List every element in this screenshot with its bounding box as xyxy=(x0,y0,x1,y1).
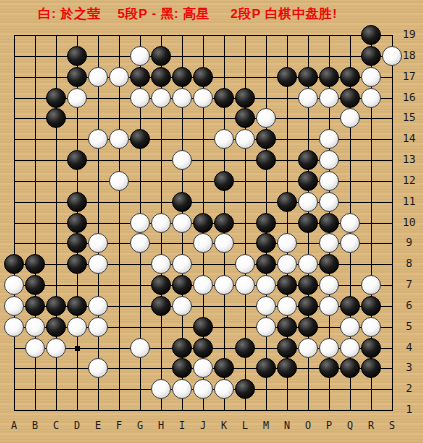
stone-A5[interactable] xyxy=(4,317,24,337)
row-label-9: 9 xyxy=(396,236,422,249)
col-label-D: D xyxy=(67,420,87,431)
stone-L16[interactable] xyxy=(235,88,255,108)
stone-H16[interactable] xyxy=(151,88,171,108)
stone-B8[interactable] xyxy=(25,254,45,274)
row-label-4: 4 xyxy=(396,341,422,354)
stone-C16[interactable] xyxy=(46,88,66,108)
row-label-8: 8 xyxy=(396,257,422,270)
col-label-C: C xyxy=(46,420,66,431)
stone-P4[interactable] xyxy=(319,338,339,358)
stone-M3[interactable] xyxy=(256,358,276,378)
stone-B6[interactable] xyxy=(25,296,45,316)
stone-B4[interactable] xyxy=(25,338,45,358)
col-label-A: A xyxy=(4,420,24,431)
stone-M14[interactable] xyxy=(256,129,276,149)
stone-R5[interactable] xyxy=(361,317,381,337)
col-label-M: M xyxy=(256,420,276,431)
stone-F14[interactable] xyxy=(109,129,129,149)
stone-P9[interactable] xyxy=(319,233,339,253)
stone-P8[interactable] xyxy=(319,254,339,274)
col-label-B: B xyxy=(25,420,45,431)
stone-N6[interactable] xyxy=(277,296,297,316)
stone-M15[interactable] xyxy=(256,108,276,128)
stone-M6[interactable] xyxy=(256,296,276,316)
stone-I16[interactable] xyxy=(172,88,192,108)
stone-I6[interactable] xyxy=(172,296,192,316)
row-label-18: 18 xyxy=(396,49,422,62)
stone-G17[interactable] xyxy=(130,67,150,87)
col-label-H: H xyxy=(151,420,171,431)
stone-G16[interactable] xyxy=(130,88,150,108)
stone-I11[interactable] xyxy=(172,192,192,212)
stone-P17[interactable] xyxy=(319,67,339,87)
col-label-L: L xyxy=(235,420,255,431)
stone-H6[interactable] xyxy=(151,296,171,316)
stone-G18[interactable] xyxy=(130,46,150,66)
stone-H17[interactable] xyxy=(151,67,171,87)
stone-P7[interactable] xyxy=(319,275,339,295)
stone-N7[interactable] xyxy=(277,275,297,295)
stone-P3[interactable] xyxy=(319,358,339,378)
stone-Q10[interactable] xyxy=(340,213,360,233)
stone-P10[interactable] xyxy=(319,213,339,233)
stone-Q17[interactable] xyxy=(340,67,360,87)
col-label-J: J xyxy=(193,420,213,431)
stone-H8[interactable] xyxy=(151,254,171,274)
stone-K10[interactable] xyxy=(214,213,234,233)
stone-O12[interactable] xyxy=(298,171,318,191)
stone-M9[interactable] xyxy=(256,233,276,253)
stone-R19[interactable] xyxy=(361,25,381,45)
stone-J2[interactable] xyxy=(193,379,213,399)
col-label-O: O xyxy=(298,420,318,431)
stone-L14[interactable] xyxy=(235,129,255,149)
stone-J17[interactable] xyxy=(193,67,213,87)
stone-A7[interactable] xyxy=(4,275,24,295)
stone-E3[interactable] xyxy=(88,358,108,378)
stone-M7[interactable] xyxy=(256,275,276,295)
stone-C15[interactable] xyxy=(46,108,66,128)
stone-N11[interactable] xyxy=(277,192,297,212)
stone-G14[interactable] xyxy=(130,129,150,149)
row-label-3: 3 xyxy=(396,361,422,374)
stone-K7[interactable] xyxy=(214,275,234,295)
stone-B7[interactable] xyxy=(25,275,45,295)
stone-F17[interactable] xyxy=(109,67,129,87)
stone-G9[interactable] xyxy=(130,233,150,253)
col-label-Q: Q xyxy=(340,420,360,431)
stone-L8[interactable] xyxy=(235,254,255,274)
stone-O17[interactable] xyxy=(298,67,318,87)
stone-N4[interactable] xyxy=(277,338,297,358)
go-board[interactable]: ABCDEFGHIJKLMNOPQRS191817161514131211109… xyxy=(0,0,423,443)
col-label-N: N xyxy=(277,420,297,431)
stone-R6[interactable] xyxy=(361,296,381,316)
row-label-12: 12 xyxy=(396,174,422,187)
stone-I2[interactable] xyxy=(172,379,192,399)
stone-K12[interactable] xyxy=(214,171,234,191)
stone-I4[interactable] xyxy=(172,338,192,358)
stone-O10[interactable] xyxy=(298,213,318,233)
stone-A6[interactable] xyxy=(4,296,24,316)
stone-R4[interactable] xyxy=(361,338,381,358)
row-label-13: 13 xyxy=(396,153,422,166)
stone-D13[interactable] xyxy=(67,150,87,170)
col-label-R: R xyxy=(361,420,381,431)
stone-R3[interactable] xyxy=(361,358,381,378)
row-label-11: 11 xyxy=(396,195,422,208)
stone-O8[interactable] xyxy=(298,254,318,274)
stone-E8[interactable] xyxy=(88,254,108,274)
stone-L4[interactable] xyxy=(235,338,255,358)
stone-I7[interactable] xyxy=(172,275,192,295)
row-label-1: 1 xyxy=(396,403,422,416)
stone-N17[interactable] xyxy=(277,67,297,87)
stone-D5[interactable] xyxy=(67,317,87,337)
col-label-I: I xyxy=(172,420,192,431)
stone-R7[interactable] xyxy=(361,275,381,295)
stone-H7[interactable] xyxy=(151,275,171,295)
col-label-K: K xyxy=(214,420,234,431)
stone-D17[interactable] xyxy=(67,67,87,87)
stone-D8[interactable] xyxy=(67,254,87,274)
stone-L15[interactable] xyxy=(235,108,255,128)
row-label-17: 17 xyxy=(396,70,422,83)
stone-I10[interactable] xyxy=(172,213,192,233)
stone-J16[interactable] xyxy=(193,88,213,108)
stone-M10[interactable] xyxy=(256,213,276,233)
stone-Q6[interactable] xyxy=(340,296,360,316)
col-label-P: P xyxy=(319,420,339,431)
stone-F12[interactable] xyxy=(109,171,129,191)
row-label-2: 2 xyxy=(396,382,422,395)
stone-K2[interactable] xyxy=(214,379,234,399)
stone-N8[interactable] xyxy=(277,254,297,274)
stone-O7[interactable] xyxy=(298,275,318,295)
stone-J10[interactable] xyxy=(193,213,213,233)
stone-J9[interactable] xyxy=(193,233,213,253)
stone-P12[interactable] xyxy=(319,171,339,191)
stone-G10[interactable] xyxy=(130,213,150,233)
row-label-6: 6 xyxy=(396,299,422,312)
stone-I17[interactable] xyxy=(172,67,192,87)
stone-R18[interactable] xyxy=(361,46,381,66)
stone-J7[interactable] xyxy=(193,275,213,295)
row-label-16: 16 xyxy=(396,91,422,104)
stone-L7[interactable] xyxy=(235,275,255,295)
stone-L2[interactable] xyxy=(235,379,255,399)
stone-H18[interactable] xyxy=(151,46,171,66)
stone-A8[interactable] xyxy=(4,254,24,274)
col-label-E: E xyxy=(88,420,108,431)
stone-P14[interactable] xyxy=(319,129,339,149)
stone-D9[interactable] xyxy=(67,233,87,253)
stone-N5[interactable] xyxy=(277,317,297,337)
stone-R17[interactable] xyxy=(361,67,381,87)
stone-H2[interactable] xyxy=(151,379,171,399)
stone-O6[interactable] xyxy=(298,296,318,316)
stone-Q5[interactable] xyxy=(340,317,360,337)
stone-C6[interactable] xyxy=(46,296,66,316)
row-label-14: 14 xyxy=(396,132,422,145)
star-point-D4 xyxy=(75,346,80,351)
stone-J3[interactable] xyxy=(193,358,213,378)
row-label-7: 7 xyxy=(396,278,422,291)
stone-Q3[interactable] xyxy=(340,358,360,378)
stone-P16[interactable] xyxy=(319,88,339,108)
stone-M5[interactable] xyxy=(256,317,276,337)
stone-E6[interactable] xyxy=(88,296,108,316)
stone-I8[interactable] xyxy=(172,254,192,274)
stone-R16[interactable] xyxy=(361,88,381,108)
stone-P11[interactable] xyxy=(319,192,339,212)
stone-Q9[interactable] xyxy=(340,233,360,253)
stone-D16[interactable] xyxy=(67,88,87,108)
stone-O16[interactable] xyxy=(298,88,318,108)
stone-I13[interactable] xyxy=(172,150,192,170)
stone-O4[interactable] xyxy=(298,338,318,358)
stone-D18[interactable] xyxy=(67,46,87,66)
stone-K3[interactable] xyxy=(214,358,234,378)
stone-N9[interactable] xyxy=(277,233,297,253)
stone-B5[interactable] xyxy=(25,317,45,337)
stone-O5[interactable] xyxy=(298,317,318,337)
col-label-F: F xyxy=(109,420,129,431)
stone-E5[interactable] xyxy=(88,317,108,337)
stone-E14[interactable] xyxy=(88,129,108,149)
stone-Q4[interactable] xyxy=(340,338,360,358)
go-kifu-viewer: { "game": "go", "header": { "text": "白: … xyxy=(0,0,423,443)
stone-H10[interactable] xyxy=(151,213,171,233)
stone-K16[interactable] xyxy=(214,88,234,108)
stone-K14[interactable] xyxy=(214,129,234,149)
stone-O13[interactable] xyxy=(298,150,318,170)
col-label-G: G xyxy=(130,420,150,431)
stone-J4[interactable] xyxy=(193,338,213,358)
col-label-S: S xyxy=(382,420,402,431)
stone-K9[interactable] xyxy=(214,233,234,253)
stone-D11[interactable] xyxy=(67,192,87,212)
stone-C5[interactable] xyxy=(46,317,66,337)
stone-M8[interactable] xyxy=(256,254,276,274)
stone-I3[interactable] xyxy=(172,358,192,378)
stone-E17[interactable] xyxy=(88,67,108,87)
grid-hline xyxy=(14,410,393,411)
stone-Q16[interactable] xyxy=(340,88,360,108)
grid-vline xyxy=(392,35,393,411)
stone-J5[interactable] xyxy=(193,317,213,337)
stone-G4[interactable] xyxy=(130,338,150,358)
row-label-10: 10 xyxy=(396,216,422,229)
stone-Q15[interactable] xyxy=(340,108,360,128)
row-label-19: 19 xyxy=(396,28,422,41)
stone-C4[interactable] xyxy=(46,338,66,358)
stone-P6[interactable] xyxy=(319,296,339,316)
stone-O11[interactable] xyxy=(298,192,318,212)
row-label-5: 5 xyxy=(396,320,422,333)
stone-D6[interactable] xyxy=(67,296,87,316)
stone-N3[interactable] xyxy=(277,358,297,378)
stone-E9[interactable] xyxy=(88,233,108,253)
row-label-15: 15 xyxy=(396,111,422,124)
stone-P13[interactable] xyxy=(319,150,339,170)
stone-D10[interactable] xyxy=(67,213,87,233)
stone-M13[interactable] xyxy=(256,150,276,170)
